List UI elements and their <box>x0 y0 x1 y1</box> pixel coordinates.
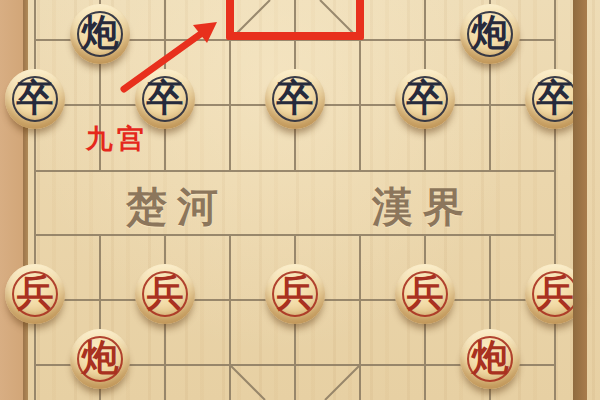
piece-red-cannon[interactable]: 炮 <box>460 329 520 389</box>
piece-black-cannon[interactable]: 炮 <box>460 4 520 64</box>
piece-character: 炮 <box>460 14 520 51</box>
piece-character: 炮 <box>70 14 130 51</box>
piece-character: 炮 <box>70 339 130 376</box>
piece-character: 炮 <box>460 339 520 376</box>
piece-character: 兵 <box>5 274 65 311</box>
piece-character: 兵 <box>265 274 325 311</box>
piece-black-cannon[interactable]: 炮 <box>70 4 130 64</box>
piece-black-soldier[interactable]: 卒 <box>395 69 455 129</box>
river-label-han: 漢界 <box>372 187 474 228</box>
piece-character: 卒 <box>135 79 195 116</box>
piece-red-soldier[interactable]: 兵 <box>5 264 65 324</box>
piece-character: 卒 <box>265 79 325 116</box>
piece-character: 兵 <box>395 274 455 311</box>
piece-red-cannon[interactable]: 炮 <box>70 329 130 389</box>
board-right-outer-edge <box>587 0 600 400</box>
river-label-chu: 楚河 <box>126 187 228 228</box>
board-right-edge <box>573 0 587 400</box>
piece-character: 卒 <box>395 79 455 116</box>
piece-black-soldier[interactable]: 卒 <box>265 69 325 129</box>
piece-red-soldier[interactable]: 兵 <box>135 264 195 324</box>
xiangqi-board[interactable]: 楚河 漢界 炮炮卒卒卒卒卒兵兵兵兵兵炮炮 九宫 <box>0 0 600 400</box>
piece-red-soldier[interactable]: 兵 <box>395 264 455 324</box>
piece-black-soldier[interactable]: 卒 <box>135 69 195 129</box>
piece-red-soldier[interactable]: 兵 <box>265 264 325 324</box>
piece-character: 卒 <box>5 79 65 116</box>
palace-highlight-rect <box>226 0 364 40</box>
piece-black-soldier[interactable]: 卒 <box>5 69 65 129</box>
palace-annotation-label: 九宫 <box>86 124 148 154</box>
piece-character: 兵 <box>135 274 195 311</box>
